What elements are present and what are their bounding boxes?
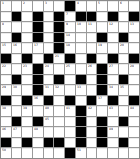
white-cell[interactable] [1,75,11,85]
white-cell[interactable] [119,22,129,32]
black-cell [12,117,22,127]
black-cell [65,54,75,64]
white-cell[interactable] [97,22,107,32]
white-cell[interactable] [108,33,118,43]
white-cell[interactable]: 25 [65,64,75,74]
black-cell [54,33,64,43]
clue-number: 47 [13,127,17,130]
black-cell [97,127,107,137]
white-cell[interactable]: 43 [108,106,118,116]
black-cell [12,75,22,85]
white-cell[interactable] [65,85,75,95]
black-cell [97,85,107,95]
white-cell[interactable] [76,64,86,74]
white-cell[interactable] [12,138,22,148]
white-cell[interactable]: 49 [108,127,118,137]
white-cell[interactable] [22,33,32,43]
clue-number: 32 [55,85,59,88]
white-cell[interactable] [22,148,32,158]
white-cell[interactable] [76,33,86,43]
white-cell[interactable] [108,138,118,148]
white-cell[interactable] [108,43,118,53]
black-cell [108,12,118,22]
white-cell[interactable]: 37 [97,96,107,106]
black-cell [97,138,107,148]
white-cell[interactable] [87,43,97,53]
clue-number: 20 [120,43,124,46]
white-cell[interactable] [22,22,32,32]
white-cell[interactable]: 1 [1,1,11,11]
black-cell [76,127,86,137]
white-cell[interactable]: 36 [33,96,43,106]
white-cell[interactable]: 24 [44,64,54,74]
white-cell[interactable]: 47 [12,127,22,137]
white-cell[interactable] [54,1,64,11]
clue-number: 23 [23,64,27,67]
white-cell[interactable]: 46 [1,127,11,137]
clue-number: 25 [66,64,70,67]
clue-number: 26 [88,64,92,67]
crossword-grid: 1234567891011121314151617181920212223242… [0,0,140,159]
white-cell[interactable] [129,75,139,85]
clue-number: 42 [88,106,92,109]
white-cell[interactable] [119,54,129,64]
white-cell[interactable]: 13 [129,22,139,32]
white-cell[interactable]: 48 [33,127,43,137]
black-cell [65,1,75,11]
white-cell[interactable] [1,33,11,43]
black-cell [54,75,64,85]
white-cell[interactable] [129,148,139,158]
white-cell[interactable]: 42 [87,106,97,116]
white-cell[interactable]: 5 [97,1,107,11]
black-cell [44,96,54,106]
black-cell [119,138,129,148]
white-cell[interactable] [129,138,139,148]
black-cell [1,54,11,64]
clue-number: 13 [130,22,134,25]
white-cell[interactable] [87,117,97,127]
white-cell[interactable] [65,75,75,85]
white-cell[interactable] [12,148,22,158]
white-cell[interactable]: 3 [44,1,54,11]
white-cell[interactable] [108,148,118,158]
white-cell[interactable]: 31 [44,85,54,95]
clue-number: 51 [77,148,81,151]
clue-number: 39 [23,106,27,109]
black-cell [97,117,107,127]
white-cell[interactable] [119,148,129,158]
white-cell[interactable]: 33 [76,85,86,95]
black-cell [97,75,107,85]
white-cell[interactable] [129,33,139,43]
white-cell[interactable]: 11 [87,22,97,32]
white-cell[interactable] [44,43,54,53]
clue-number: 4 [77,1,79,4]
white-cell[interactable]: 17 [33,43,43,53]
white-cell[interactable] [129,85,139,95]
clue-number: 30 [13,85,17,88]
white-cell[interactable]: 2 [22,1,32,11]
white-cell[interactable] [76,96,86,106]
white-cell[interactable] [129,1,139,11]
clue-number: 41 [66,106,70,109]
white-cell[interactable] [12,106,22,116]
white-cell[interactable] [54,64,64,74]
white-cell[interactable] [97,54,107,64]
black-cell [33,33,43,43]
white-cell[interactable]: 23 [22,64,32,74]
white-cell[interactable]: 16 [12,43,22,53]
clue-number: 21 [55,54,59,57]
black-cell [97,64,107,74]
clue-number: 1 [2,1,4,4]
white-cell[interactable] [119,12,129,22]
white-cell[interactable] [119,127,129,137]
white-cell[interactable]: 39 [22,106,32,116]
white-cell[interactable]: 10 [76,22,86,32]
white-cell[interactable] [119,96,129,106]
clue-number: 31 [45,85,49,88]
clue-number: 8 [2,22,4,25]
clue-number: 44 [130,106,134,109]
white-cell[interactable]: 51 [76,148,86,158]
white-cell[interactable] [22,127,32,137]
clue-number: 35 [120,85,124,88]
clue-number: 29 [2,85,6,88]
clue-number: 18 [66,43,70,46]
white-cell[interactable]: 20 [119,43,129,53]
white-cell[interactable]: 26 [87,64,97,74]
white-cell[interactable] [129,43,139,53]
white-cell[interactable] [129,127,139,137]
white-cell[interactable] [33,54,43,64]
white-cell[interactable]: 14 [65,33,75,43]
white-cell[interactable] [76,54,86,64]
white-cell[interactable] [33,106,43,116]
white-cell[interactable] [22,75,32,85]
clue-number: 9 [66,22,68,25]
black-cell [33,12,43,22]
black-cell [76,117,86,127]
white-cell[interactable]: 9 [65,22,75,32]
white-cell[interactable] [54,148,64,158]
clue-number: 45 [45,117,49,120]
white-cell[interactable] [87,75,97,85]
white-cell[interactable] [54,106,64,116]
clue-number: 46 [2,127,6,130]
clue-number: 36 [34,96,38,99]
white-cell[interactable] [97,12,107,22]
black-cell [108,96,118,106]
black-cell [33,85,43,95]
white-cell[interactable] [54,127,64,137]
white-cell[interactable] [108,75,118,85]
clue-number: 11 [88,22,92,25]
black-cell [44,54,54,64]
white-cell[interactable]: 41 [65,106,75,116]
white-cell[interactable]: 6 [119,1,129,11]
white-cell[interactable] [12,64,22,74]
clue-number: 33 [77,85,81,88]
white-cell[interactable]: 4 [76,1,86,11]
black-cell [76,106,86,116]
black-cell [54,22,64,32]
white-cell[interactable]: 38 [1,106,11,116]
white-cell[interactable] [97,106,107,116]
white-cell[interactable] [33,148,43,158]
white-cell[interactable]: 40 [44,106,54,116]
black-cell [1,96,11,106]
white-cell[interactable] [12,1,22,11]
black-cell [22,96,32,106]
white-cell[interactable] [108,117,118,127]
white-cell[interactable] [87,138,97,148]
white-cell[interactable]: 8 [1,22,11,32]
black-cell [129,54,139,64]
white-cell[interactable] [22,43,32,53]
white-cell[interactable]: 29 [1,85,11,95]
white-cell[interactable]: 50 [1,148,11,158]
white-cell[interactable]: 22 [1,64,11,74]
white-cell[interactable] [12,54,22,64]
white-cell[interactable]: 19 [97,43,107,53]
black-cell [87,54,97,64]
black-cell [12,33,22,43]
white-cell[interactable]: 15 [1,43,11,53]
clue-number: 22 [2,64,6,67]
white-cell[interactable]: 35 [119,85,129,95]
white-cell[interactable] [87,33,97,43]
white-cell[interactable] [65,138,75,148]
black-cell [76,12,86,22]
white-cell[interactable] [97,148,107,158]
clue-number: 40 [45,106,49,109]
white-cell[interactable]: 30 [12,85,22,95]
white-cell[interactable] [54,96,64,106]
white-cell[interactable] [87,148,97,158]
black-cell [65,96,75,106]
clue-number: 37 [98,96,102,99]
black-cell [129,96,139,106]
white-cell[interactable] [65,127,75,137]
black-cell [54,43,64,53]
white-cell[interactable]: 32 [54,85,64,95]
white-cell[interactable]: 28 [129,64,139,74]
white-cell[interactable]: 12 [108,22,118,32]
black-cell [33,117,43,127]
clue-number: 48 [34,127,38,130]
black-cell [76,75,86,85]
white-cell[interactable] [44,127,54,137]
white-cell[interactable] [87,85,97,95]
black-cell [22,54,32,64]
black-cell [87,96,97,106]
black-cell [65,148,75,158]
white-cell[interactable]: 44 [129,106,139,116]
clue-number: 17 [34,43,38,46]
black-cell [119,75,129,85]
white-cell[interactable] [1,117,11,127]
white-cell[interactable] [33,1,43,11]
white-cell[interactable]: 27 [108,64,118,74]
clue-number: 28 [130,64,134,67]
white-cell[interactable] [129,117,139,127]
white-cell[interactable]: 7 [65,12,75,22]
white-cell[interactable]: 34 [108,85,118,95]
white-cell[interactable] [44,22,54,32]
black-cell [119,33,129,43]
black-cell [22,138,32,148]
black-cell [33,75,43,85]
white-cell[interactable] [12,22,22,32]
white-cell[interactable] [44,12,54,22]
clue-number: 2 [23,1,25,4]
black-cell [12,12,22,22]
white-cell[interactable] [22,85,32,95]
white-cell[interactable] [44,148,54,158]
clue-number: 16 [13,43,17,46]
white-cell[interactable] [87,127,97,137]
white-cell[interactable] [54,117,64,127]
clue-number: 15 [2,43,6,46]
clue-number: 6 [120,1,122,4]
black-cell [1,138,11,148]
white-cell[interactable] [76,43,86,53]
white-cell[interactable] [119,64,129,74]
white-cell[interactable] [33,138,43,148]
black-cell [87,12,97,22]
black-cell [54,12,64,22]
white-cell[interactable]: 45 [44,117,54,127]
clue-number: 10 [77,22,81,25]
clue-number: 7 [66,12,68,15]
white-cell[interactable]: 21 [54,54,64,64]
clue-number: 34 [109,85,113,88]
white-cell[interactable] [108,1,118,11]
clue-number: 24 [45,64,49,67]
white-cell[interactable] [119,106,129,116]
clue-number: 19 [98,43,102,46]
black-cell [76,138,86,148]
crossword-puzzle: 1234567891011121314151617181920212223242… [0,0,140,159]
clue-number: 50 [2,148,6,151]
white-cell[interactable] [65,117,75,127]
black-cell [129,12,139,22]
clue-number: 5 [98,1,100,4]
black-cell [108,54,118,64]
clue-number: 3 [45,1,47,4]
black-cell [97,33,107,43]
white-cell[interactable] [87,1,97,11]
white-cell[interactable] [44,75,54,85]
black-cell [119,117,129,127]
black-cell [54,138,64,148]
white-cell[interactable] [12,96,22,106]
white-cell[interactable] [1,12,11,22]
white-cell[interactable] [22,117,32,127]
clue-number: 14 [66,33,70,36]
clue-number: 43 [109,106,113,109]
white-cell[interactable] [22,12,32,22]
white-cell[interactable] [44,33,54,43]
black-cell [33,64,43,74]
clue-number: 49 [109,127,113,130]
black-cell [33,22,43,32]
clue-number: 38 [2,106,6,109]
clue-number: 27 [109,64,113,67]
white-cell[interactable]: 18 [65,43,75,53]
clue-number: 12 [109,22,113,25]
black-cell [44,138,54,148]
